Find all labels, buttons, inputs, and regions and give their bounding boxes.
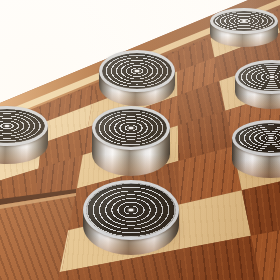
- piece-right-upper[interactable]: [235, 60, 280, 109]
- piece-concentric-rings: [238, 63, 280, 91]
- piece-left-edge[interactable]: [0, 106, 48, 164]
- piece-far-right[interactable]: [210, 8, 278, 47]
- piece-concentric-rings: [213, 11, 275, 31]
- piece-foreground[interactable]: [83, 180, 179, 255]
- piece-concentric-rings: [235, 123, 280, 153]
- piece-concentric-rings: [95, 109, 167, 147]
- piece-top-face: [92, 106, 170, 150]
- piece-concentric-rings: [0, 109, 45, 143]
- piece-top-face: [210, 8, 278, 34]
- piece-right-lower[interactable]: [232, 120, 280, 178]
- piece-concentric-rings: [86, 183, 176, 237]
- piece-top-face: [99, 50, 175, 92]
- piece-center[interactable]: [92, 106, 170, 176]
- piece-upper-middle[interactable]: [99, 50, 175, 106]
- piece-concentric-rings: [102, 53, 172, 89]
- checkers-board-photo: [0, 0, 280, 280]
- piece-top-face: [83, 180, 179, 240]
